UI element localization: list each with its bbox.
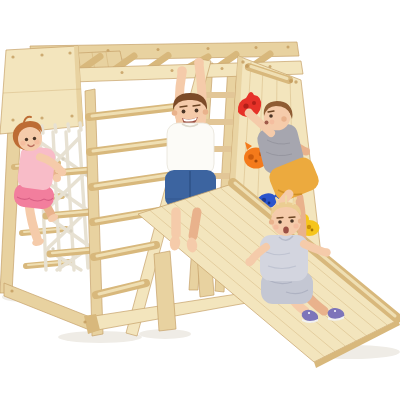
girl-pink-top: [17, 145, 57, 191]
boy-right-hand: [194, 58, 204, 68]
platform-side-panel: [0, 46, 83, 134]
left-rear-post: [0, 126, 21, 293]
product-photo: [0, 0, 400, 400]
boy-left-hand: [177, 66, 187, 76]
climbing-frame-illustration: [0, 0, 400, 400]
toddler-mouth: [283, 226, 289, 233]
boy-white-tee: [167, 123, 214, 175]
climber-hand-on-hold: [245, 109, 254, 118]
